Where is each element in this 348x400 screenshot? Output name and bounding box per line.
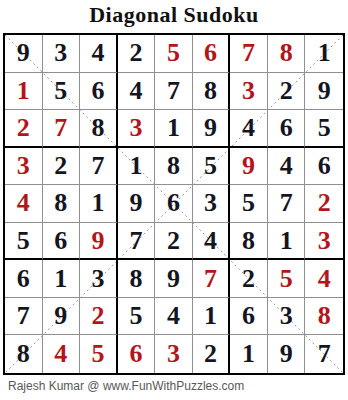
sudoku-board: 9342567811564783292783194653271859464819… xyxy=(3,33,345,375)
sudoku-cell-r9c8: 9 xyxy=(268,335,306,373)
sudoku-cell-r3c9: 5 xyxy=(305,110,343,148)
sudoku-cell-r6c8: 1 xyxy=(268,223,306,261)
sudoku-cell-r3c6: 9 xyxy=(193,110,231,148)
sudoku-cell-r1c9: 1 xyxy=(305,35,343,73)
sudoku-cell-r5c1: 4 xyxy=(5,185,43,223)
sudoku-cell-r3c3: 8 xyxy=(80,110,118,148)
sudoku-cell-r6c7: 8 xyxy=(230,223,268,261)
sudoku-cell-r8c1: 7 xyxy=(5,298,43,336)
sudoku-cell-r2c5: 7 xyxy=(155,73,193,111)
sudoku-cell-r5c8: 7 xyxy=(268,185,306,223)
sudoku-cell-r8c6: 1 xyxy=(193,298,231,336)
sudoku-cell-r7c8: 5 xyxy=(268,260,306,298)
sudoku-cell-r2c8: 2 xyxy=(268,73,306,111)
sudoku-cell-r7c3: 3 xyxy=(80,260,118,298)
sudoku-cell-r9c9: 7 xyxy=(305,335,343,373)
sudoku-cell-r8c9: 8 xyxy=(305,298,343,336)
sudoku-cell-r8c8: 3 xyxy=(268,298,306,336)
sudoku-cell-r3c7: 4 xyxy=(230,110,268,148)
sudoku-cell-r3c1: 2 xyxy=(5,110,43,148)
sudoku-cell-r6c1: 5 xyxy=(5,223,43,261)
sudoku-cell-r4c4: 1 xyxy=(118,148,156,186)
sudoku-cell-r1c2: 3 xyxy=(43,35,81,73)
sudoku-cell-r6c6: 4 xyxy=(193,223,231,261)
sudoku-cell-r1c3: 4 xyxy=(80,35,118,73)
sudoku-cell-r8c5: 4 xyxy=(155,298,193,336)
sudoku-cell-r9c3: 5 xyxy=(80,335,118,373)
sudoku-cell-r7c6: 7 xyxy=(193,260,231,298)
sudoku-cell-r2c1: 1 xyxy=(5,73,43,111)
sudoku-cell-r7c4: 8 xyxy=(118,260,156,298)
sudoku-cell-r5c3: 1 xyxy=(80,185,118,223)
sudoku-cell-r8c7: 6 xyxy=(230,298,268,336)
sudoku-cell-r5c9: 2 xyxy=(305,185,343,223)
sudoku-cell-r5c4: 9 xyxy=(118,185,156,223)
sudoku-cell-r5c5: 6 xyxy=(155,185,193,223)
credit-text: Rajesh Kumar @ www.FunWithPuzzles.com xyxy=(8,379,244,393)
sudoku-cell-r4c7: 9 xyxy=(230,148,268,186)
sudoku-cell-r7c7: 2 xyxy=(230,260,268,298)
sudoku-cell-r9c1: 8 xyxy=(5,335,43,373)
sudoku-cell-r7c5: 9 xyxy=(155,260,193,298)
sudoku-cell-r6c5: 2 xyxy=(155,223,193,261)
sudoku-cell-r1c4: 2 xyxy=(118,35,156,73)
sudoku-cell-r9c7: 1 xyxy=(230,335,268,373)
sudoku-cell-r8c4: 5 xyxy=(118,298,156,336)
sudoku-cell-r2c6: 8 xyxy=(193,73,231,111)
sudoku-cell-r7c1: 6 xyxy=(5,260,43,298)
sudoku-cell-r4c5: 8 xyxy=(155,148,193,186)
sudoku-cell-r1c6: 6 xyxy=(193,35,231,73)
sudoku-cell-r4c9: 6 xyxy=(305,148,343,186)
sudoku-cell-r5c6: 3 xyxy=(193,185,231,223)
sudoku-cell-r4c1: 3 xyxy=(5,148,43,186)
sudoku-cell-r2c2: 5 xyxy=(43,73,81,111)
sudoku-cell-r9c2: 4 xyxy=(43,335,81,373)
sudoku-cell-r4c8: 4 xyxy=(268,148,306,186)
sudoku-cell-r2c9: 9 xyxy=(305,73,343,111)
sudoku-cell-r6c9: 3 xyxy=(305,223,343,261)
puzzle-page: Diagonal Sudoku 934256781156478329278319… xyxy=(0,0,348,400)
sudoku-cell-r9c6: 2 xyxy=(193,335,231,373)
sudoku-cell-r6c3: 9 xyxy=(80,223,118,261)
sudoku-cell-r4c3: 7 xyxy=(80,148,118,186)
sudoku-cell-r1c1: 9 xyxy=(5,35,43,73)
sudoku-cell-r1c7: 7 xyxy=(230,35,268,73)
sudoku-cell-r8c3: 2 xyxy=(80,298,118,336)
sudoku-cell-r6c4: 7 xyxy=(118,223,156,261)
sudoku-cell-r1c5: 5 xyxy=(155,35,193,73)
sudoku-cell-r3c8: 6 xyxy=(268,110,306,148)
sudoku-cell-r6c2: 6 xyxy=(43,223,81,261)
sudoku-cell-r8c2: 9 xyxy=(43,298,81,336)
sudoku-cell-r9c5: 3 xyxy=(155,335,193,373)
sudoku-cell-r2c3: 6 xyxy=(80,73,118,111)
sudoku-cell-r3c4: 3 xyxy=(118,110,156,148)
sudoku-cell-r3c2: 7 xyxy=(43,110,81,148)
sudoku-cell-r4c6: 5 xyxy=(193,148,231,186)
page-title: Diagonal Sudoku xyxy=(0,2,348,28)
sudoku-cell-r2c4: 4 xyxy=(118,73,156,111)
sudoku-cell-r4c2: 2 xyxy=(43,148,81,186)
sudoku-grid: 9342567811564783292783194653271859464819… xyxy=(5,35,343,373)
sudoku-cell-r5c2: 8 xyxy=(43,185,81,223)
sudoku-cell-r7c9: 4 xyxy=(305,260,343,298)
sudoku-cell-r2c7: 3 xyxy=(230,73,268,111)
sudoku-cell-r3c5: 1 xyxy=(155,110,193,148)
sudoku-cell-r1c8: 8 xyxy=(268,35,306,73)
sudoku-cell-r5c7: 5 xyxy=(230,185,268,223)
sudoku-cell-r7c2: 1 xyxy=(43,260,81,298)
sudoku-cell-r9c4: 6 xyxy=(118,335,156,373)
